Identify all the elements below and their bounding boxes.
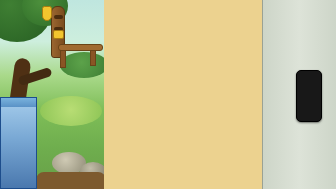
dirt-ground (36, 172, 104, 189)
bush (60, 52, 104, 78)
preview-panel-title (1, 98, 36, 107)
go-board[interactable] (104, 0, 262, 189)
preview-panel[interactable] (0, 97, 37, 189)
fence-post (60, 50, 66, 68)
app-window (0, 0, 336, 189)
shield-badge (42, 6, 52, 21)
grass-patch (40, 96, 102, 126)
buzzer-traffic-light (296, 70, 322, 122)
totem-tag (53, 30, 64, 39)
fence-post (90, 50, 96, 66)
sidebar-art (0, 0, 104, 189)
control-panel (262, 0, 336, 189)
